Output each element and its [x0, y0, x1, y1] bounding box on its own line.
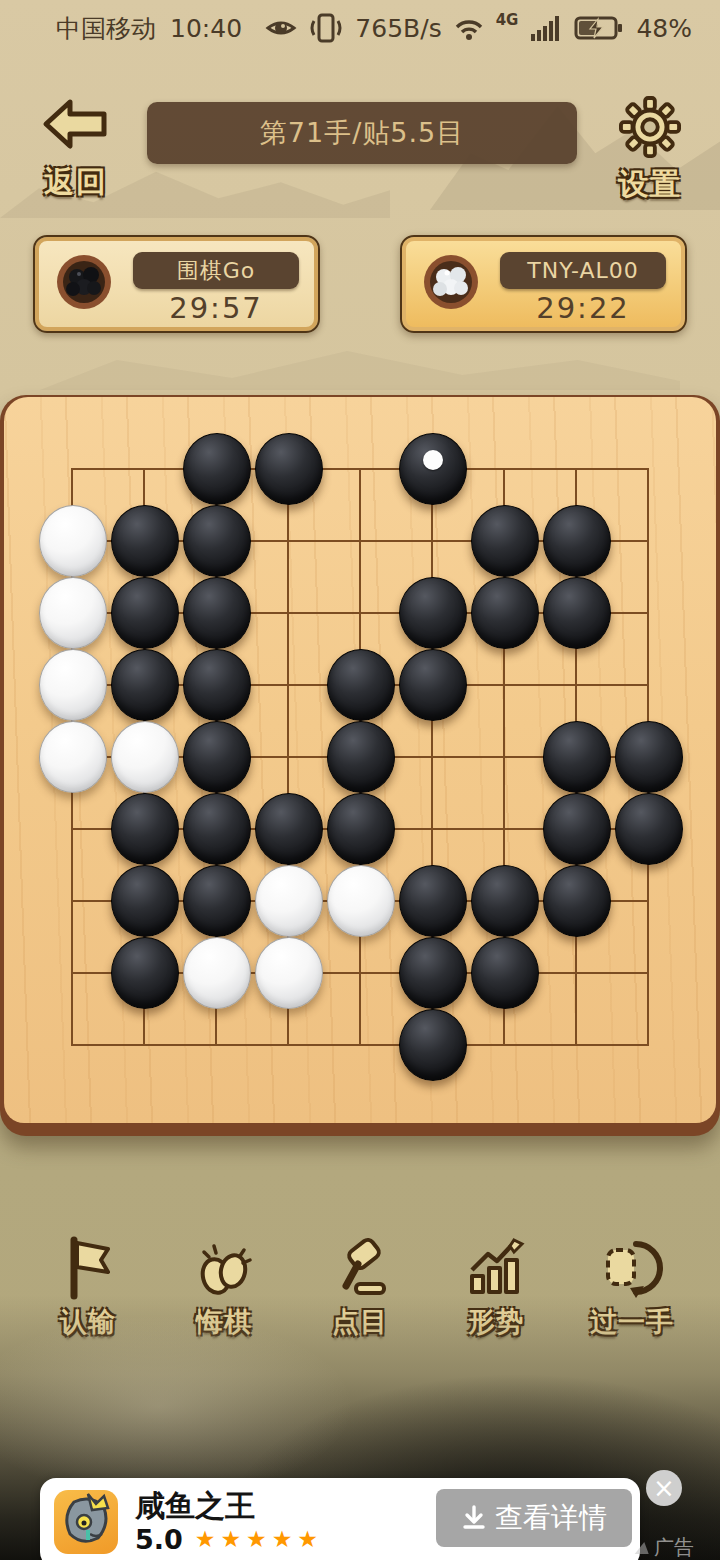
- close-icon: ×: [653, 1473, 675, 1503]
- stone-white: [111, 721, 179, 793]
- carrier-label: 中国移动: [56, 12, 156, 45]
- stone-black: [111, 505, 179, 577]
- count-label: 点目: [310, 1304, 410, 1340]
- clock: 10:40: [170, 14, 242, 43]
- black-player-timer: 29:57: [133, 291, 299, 325]
- white-player-timer: 29:22: [500, 291, 666, 325]
- ad-app-name: 咸鱼之王: [135, 1486, 255, 1527]
- go-app-screen: 中国移动 10:40 765B/s 4G: [0, 0, 720, 1560]
- back-button[interactable]: 返回: [36, 98, 116, 203]
- ad-rating-stars: ★★★★★: [195, 1526, 323, 1552]
- stone-white: [255, 865, 323, 937]
- stone-black: [471, 577, 539, 649]
- stone-black: [543, 721, 611, 793]
- stone-black: [183, 793, 251, 865]
- stone-black: [255, 433, 323, 505]
- stone-black: [255, 793, 323, 865]
- stone-black: [111, 793, 179, 865]
- ad-tag: 广告: [636, 1534, 694, 1560]
- stone-black: [399, 577, 467, 649]
- stone-black: [111, 577, 179, 649]
- resign-label: 认输: [38, 1304, 138, 1340]
- pass-label: 过一手: [582, 1304, 682, 1340]
- stone-white: [39, 577, 107, 649]
- flag-icon: [56, 1236, 120, 1300]
- ad-rating: 5.0 ★★★★★: [135, 1524, 323, 1555]
- black-player-name: 围棋Go: [177, 256, 256, 286]
- stone-black: [111, 937, 179, 1009]
- vibrate-mode-icon: [309, 13, 343, 43]
- wifi-icon: [454, 15, 484, 41]
- back-arrow-icon: [40, 98, 112, 156]
- ad-cta-label: 查看详情: [495, 1499, 607, 1537]
- ad-tag-label: 广告: [654, 1534, 694, 1560]
- stone-black: [399, 865, 467, 937]
- go-board[interactable]: [0, 395, 720, 1136]
- stone-black: [543, 577, 611, 649]
- white-player-name: TNY-AL00: [527, 258, 638, 283]
- stone-black: [615, 721, 683, 793]
- status-bar: 中国移动 10:40 765B/s 4G: [0, 8, 720, 48]
- stone-black: [543, 793, 611, 865]
- undo-button[interactable]: 悔棋: [174, 1236, 274, 1340]
- back-label: 返回: [36, 162, 116, 203]
- move-info-plate: 第71手/贴5.5目: [147, 102, 577, 164]
- trend-chart-icon: [464, 1236, 528, 1300]
- battery-percent: 48%: [636, 14, 692, 43]
- stone-black: [471, 865, 539, 937]
- stone-black: [183, 721, 251, 793]
- undo-label: 悔棋: [174, 1304, 274, 1340]
- stone-black: [183, 649, 251, 721]
- black-player-nameplate: 围棋Go: [133, 252, 299, 289]
- ad-cta-button[interactable]: 查看详情: [436, 1489, 632, 1547]
- pass-button[interactable]: 过一手: [582, 1236, 682, 1340]
- stone-black: [399, 1009, 467, 1081]
- player-card-white: TNY-AL00 29:22: [400, 235, 687, 333]
- stone-black: [183, 865, 251, 937]
- stone-black: [399, 649, 467, 721]
- stone-black: [111, 649, 179, 721]
- network-speed: 765B/s: [355, 14, 441, 43]
- download-icon: [461, 1505, 487, 1531]
- move-info-text: 第71手/贴5.5目: [260, 115, 464, 151]
- resign-button[interactable]: 认输: [38, 1236, 138, 1340]
- stone-black: [543, 865, 611, 937]
- ad-rating-score: 5.0: [135, 1524, 183, 1555]
- stone-black: [399, 433, 467, 505]
- stone-black: [615, 793, 683, 865]
- stone-black: [183, 577, 251, 649]
- battery-charging-icon: [574, 14, 624, 42]
- stone-black: [111, 865, 179, 937]
- ad-close-button[interactable]: ×: [646, 1470, 682, 1506]
- stone-black: [183, 505, 251, 577]
- count-button[interactable]: 点目: [310, 1236, 410, 1340]
- stone-white: [255, 937, 323, 1009]
- white-stones-bowl-avatar: [422, 253, 480, 311]
- white-player-nameplate: TNY-AL00: [500, 252, 666, 289]
- stone-white: [39, 505, 107, 577]
- stone-white: [39, 649, 107, 721]
- stone-white: [39, 721, 107, 793]
- analysis-label: 形势: [446, 1304, 546, 1340]
- stone-black: [471, 937, 539, 1009]
- stone-black: [543, 505, 611, 577]
- last-move-marker: [423, 450, 443, 470]
- black-stones-bowl-avatar: [55, 253, 113, 311]
- pass-icon: [600, 1236, 664, 1300]
- stone-white: [183, 937, 251, 1009]
- network-type-label: 4G: [496, 11, 519, 29]
- settings-label: 设置: [610, 164, 690, 205]
- action-bar: 认输 悔棋 点目: [0, 1236, 720, 1340]
- eye-protection-icon: [265, 16, 297, 40]
- stone-black: [471, 505, 539, 577]
- ad-app-icon: [54, 1490, 118, 1554]
- gavel-icon: [328, 1236, 392, 1300]
- mountain-texture: [40, 330, 680, 390]
- stone-black: [183, 433, 251, 505]
- ad-provider-icon: [635, 1542, 652, 1554]
- stones-layer: [0, 395, 720, 1136]
- stone-black: [327, 793, 395, 865]
- settings-button[interactable]: 设置: [610, 96, 690, 205]
- stone-black: [327, 649, 395, 721]
- ad-banner[interactable]: 咸鱼之王 5.0 ★★★★★ 查看详情: [40, 1478, 640, 1560]
- undo-stones-icon: [192, 1236, 256, 1300]
- player-card-black: 围棋Go 29:57: [33, 235, 320, 333]
- analysis-button[interactable]: 形势: [446, 1236, 546, 1340]
- stone-white: [327, 865, 395, 937]
- stone-black: [327, 721, 395, 793]
- gear-icon: [617, 96, 683, 158]
- signal-bars-icon: [530, 15, 562, 41]
- stone-black: [399, 937, 467, 1009]
